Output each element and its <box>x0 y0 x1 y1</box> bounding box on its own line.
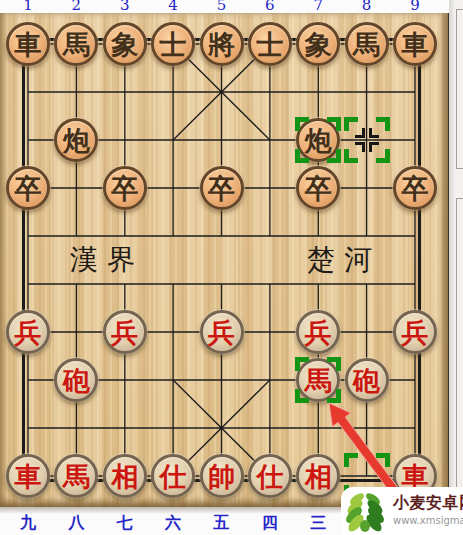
file-label-bottom-1: 九 <box>15 513 41 533</box>
watermark-title: 小麦安卓网 <box>393 493 463 514</box>
piece-red-soldier[interactable]: 兵 <box>393 310 437 354</box>
piece-black-horse[interactable]: 馬 <box>345 22 389 66</box>
river-text-left: 漢界 <box>70 245 144 275</box>
file-label-bottom-5: 五 <box>209 513 235 533</box>
side-panel-groupbox-top <box>456 9 463 169</box>
piece-glyph: 相 <box>111 463 138 490</box>
piece-glyph: 兵 <box>15 319 42 346</box>
file-label-top-8: 8 <box>354 0 380 13</box>
piece-red-soldier[interactable]: 兵 <box>296 310 340 354</box>
piece-glyph: 兵 <box>402 319 429 346</box>
xiangqi-app-window: 漢界 楚河 123456789 九八七六五四三二一 車馬象士將士象馬車炮炮卒卒卒… <box>0 0 463 535</box>
piece-red-elephant[interactable]: 相 <box>103 454 147 498</box>
piece-black-chariot[interactable]: 車 <box>6 22 50 66</box>
file-label-bottom-2: 八 <box>63 513 89 533</box>
piece-red-horse[interactable]: 馬 <box>296 358 340 402</box>
piece-glyph: 卒 <box>305 175 332 202</box>
piece-glyph: 馬 <box>63 463 90 490</box>
side-panel-groupbox-bottom <box>456 198 463 535</box>
piece-glyph: 仕 <box>160 463 187 490</box>
file-label-top-7: 7 <box>305 0 331 13</box>
watermark: 小麦安卓网 www.xmsigma.com <box>341 487 463 535</box>
piece-glyph: 帥 <box>208 463 235 490</box>
piece-glyph: 卒 <box>208 175 235 202</box>
piece-glyph: 炮 <box>63 127 90 154</box>
file-label-top-5: 5 <box>209 0 235 13</box>
piece-glyph: 士 <box>160 31 187 58</box>
piece-glyph: 車 <box>15 31 42 58</box>
piece-red-soldier[interactable]: 兵 <box>6 310 50 354</box>
piece-glyph: 炮 <box>305 127 332 154</box>
piece-glyph: 馬 <box>63 31 90 58</box>
piece-red-soldier[interactable]: 兵 <box>103 310 147 354</box>
piece-glyph: 車 <box>402 31 429 58</box>
piece-glyph: 卒 <box>111 175 138 202</box>
piece-red-advisor[interactable]: 仕 <box>151 454 195 498</box>
piece-black-soldier[interactable]: 卒 <box>393 166 437 210</box>
piece-glyph: 砲 <box>63 367 90 394</box>
piece-red-soldier[interactable]: 兵 <box>200 310 244 354</box>
piece-black-cannon[interactable]: 炮 <box>296 118 340 162</box>
file-label-top-2: 2 <box>63 0 89 13</box>
piece-black-elephant[interactable]: 象 <box>103 22 147 66</box>
piece-glyph: 砲 <box>353 367 380 394</box>
file-label-top-6: 6 <box>257 0 283 13</box>
piece-black-soldier[interactable]: 卒 <box>6 166 50 210</box>
river-text-right: 楚河 <box>307 245 381 275</box>
piece-glyph: 兵 <box>208 319 235 346</box>
piece-glyph: 車 <box>402 463 429 490</box>
piece-glyph: 兵 <box>111 319 138 346</box>
piece-glyph: 卒 <box>15 175 42 202</box>
piece-glyph: 車 <box>15 463 42 490</box>
wheat-logo-icon <box>343 492 393 532</box>
piece-red-cannon[interactable]: 砲 <box>345 358 389 402</box>
piece-glyph: 象 <box>305 31 332 58</box>
file-label-top-9: 9 <box>402 0 428 13</box>
piece-black-chariot[interactable]: 車 <box>393 22 437 66</box>
piece-black-soldier[interactable]: 卒 <box>200 166 244 210</box>
watermark-url: www.xmsigma.com <box>393 515 463 526</box>
piece-red-advisor[interactable]: 仕 <box>248 454 292 498</box>
piece-red-elephant[interactable]: 相 <box>296 454 340 498</box>
piece-glyph: 將 <box>208 31 235 58</box>
piece-glyph: 兵 <box>305 319 332 346</box>
file-label-bottom-7: 三 <box>305 513 331 533</box>
piece-glyph: 卒 <box>402 175 429 202</box>
piece-black-elephant[interactable]: 象 <box>296 22 340 66</box>
piece-red-general[interactable]: 帥 <box>200 454 244 498</box>
file-label-top-3: 3 <box>112 0 138 13</box>
piece-black-soldier[interactable]: 卒 <box>103 166 147 210</box>
piece-black-advisor[interactable]: 士 <box>151 22 195 66</box>
piece-black-general[interactable]: 將 <box>200 22 244 66</box>
file-label-bottom-6: 四 <box>257 513 283 533</box>
file-label-top-4: 4 <box>160 0 186 13</box>
piece-glyph: 象 <box>111 31 138 58</box>
piece-black-advisor[interactable]: 士 <box>248 22 292 66</box>
piece-glyph: 馬 <box>305 367 332 394</box>
file-label-bottom-4: 六 <box>160 513 186 533</box>
file-label-bottom-3: 七 <box>112 513 138 533</box>
piece-glyph: 馬 <box>353 31 380 58</box>
piece-red-chariot[interactable]: 車 <box>6 454 50 498</box>
piece-glyph: 仕 <box>256 463 283 490</box>
piece-glyph: 相 <box>305 463 332 490</box>
piece-glyph: 士 <box>256 31 283 58</box>
piece-black-soldier[interactable]: 卒 <box>296 166 340 210</box>
file-label-top-1: 1 <box>15 0 41 13</box>
